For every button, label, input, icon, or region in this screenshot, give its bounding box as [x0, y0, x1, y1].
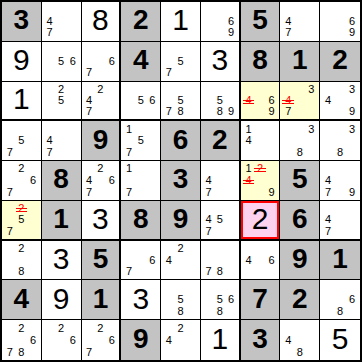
cell-r6c5[interactable]: 9: [161, 201, 201, 241]
candidate-7: 7: [163, 67, 175, 79]
solved-digit: 3: [132, 284, 149, 314]
candidate-1: 1: [243, 123, 255, 135]
pencil-marks: 46: [241, 241, 280, 280]
cell-r6c4[interactable]: 8: [121, 201, 161, 241]
cell-r8c9[interactable]: 68: [320, 280, 360, 320]
candidate-9: 9: [346, 186, 358, 198]
empty-candidate-slot: [334, 16, 346, 28]
empty-candidate-slot: [55, 346, 67, 358]
cell-r5c5[interactable]: 3: [161, 161, 201, 201]
cell-r4c9[interactable]: 38: [320, 121, 360, 161]
candidate-5: 5: [135, 135, 147, 147]
candidate-4: 4: [163, 254, 175, 266]
empty-candidate-slot: [67, 84, 79, 95]
empty-candidate-slot: [322, 163, 334, 175]
empty-candidate-slot: [306, 106, 318, 117]
cell-r3c8[interactable]: 347: [280, 82, 320, 122]
candidate-6: 6: [106, 334, 117, 346]
candidate-8: 8: [16, 266, 28, 278]
candidate-9: 9: [346, 106, 358, 117]
empty-candidate-slot: [306, 147, 318, 159]
cell-r3c1[interactable]: 1: [2, 82, 42, 122]
candidate-8: 8: [294, 346, 306, 358]
cell-r8c5[interactable]: 58: [161, 280, 201, 320]
candidate-7: 7: [44, 27, 56, 39]
cell-r6c1[interactable]: 257: [2, 201, 42, 241]
empty-candidate-slot: [67, 147, 79, 159]
empty-candidate-slot: [4, 322, 16, 334]
empty-candidate-slot: [84, 322, 95, 334]
cell-r6c2[interactable]: 1: [42, 201, 82, 241]
empty-candidate-slot: [95, 95, 106, 106]
candidate-5: 5: [175, 55, 187, 67]
solved-digit: 1: [211, 324, 228, 354]
given-digit: 5: [292, 165, 308, 193]
candidate-2: 2: [175, 243, 187, 255]
candidate-8: 8: [214, 306, 225, 318]
empty-candidate-slot: [225, 203, 236, 214]
empty-candidate-slot: [147, 175, 159, 187]
empty-candidate-slot: [44, 106, 56, 117]
empty-candidate-slot: [214, 16, 225, 28]
empty-candidate-slot: [147, 135, 159, 147]
empty-candidate-slot: [254, 123, 266, 135]
cell-r1c7[interactable]: 5: [241, 2, 281, 42]
candidate-7: 7: [203, 186, 214, 198]
pencil-marks: 69: [201, 2, 239, 41]
empty-candidate-slot: [346, 4, 358, 16]
empty-candidate-slot: [84, 55, 95, 67]
cell-r5c6[interactable]: 47: [201, 161, 241, 201]
empty-candidate-slot: [163, 294, 175, 306]
empty-candidate-slot: [175, 282, 187, 294]
pencil-marks: 24: [161, 241, 200, 280]
empty-candidate-slot: [106, 106, 117, 117]
empty-candidate-slot: [346, 225, 358, 236]
solved-digit: 5: [332, 324, 349, 354]
cell-r2c3[interactable]: 67: [82, 42, 122, 82]
cell-r8c2[interactable]: 9: [42, 280, 82, 320]
given-digit: 9: [292, 245, 308, 273]
cell-r4c4[interactable]: 157: [121, 121, 161, 161]
empty-candidate-slot: [243, 186, 255, 198]
empty-candidate-slot: [254, 175, 266, 187]
cell-r7c9[interactable]: 1: [320, 241, 360, 281]
candidate-2: 2: [16, 322, 28, 334]
candidate-1: 1: [243, 163, 255, 175]
candidate-2: 2: [16, 243, 28, 255]
cell-r2c4[interactable]: 4: [121, 42, 161, 82]
empty-candidate-slot: [123, 106, 135, 117]
empty-candidate-slot: [27, 147, 39, 159]
empty-candidate-slot: [346, 163, 358, 175]
empty-candidate-slot: [106, 44, 117, 56]
given-digit: 1: [332, 245, 348, 273]
candidate-5: 5: [214, 294, 225, 306]
cell-r4c2[interactable]: 47: [42, 121, 82, 161]
cell-r1c2[interactable]: 47: [42, 2, 82, 42]
candidate-9: 9: [266, 186, 278, 198]
solved-digit: 1: [172, 5, 189, 35]
empty-candidate-slot: [266, 266, 278, 278]
empty-candidate-slot: [225, 282, 236, 294]
candidate-6: 6: [147, 254, 159, 266]
cell-r2c6[interactable]: 3: [201, 42, 241, 82]
cell-r9c6[interactable]: 1: [201, 320, 241, 360]
empty-candidate-slot: [147, 186, 159, 198]
cell-r7c6[interactable]: 78: [201, 241, 241, 281]
cell-r9c2[interactable]: 26: [42, 320, 82, 360]
cell-r9c3[interactable]: 267: [82, 320, 122, 360]
cell-r1c8[interactable]: 47: [280, 2, 320, 42]
candidate-8: 8: [175, 106, 187, 117]
pencil-marks: 2467: [82, 161, 120, 200]
empty-candidate-slot: [55, 67, 67, 79]
candidate-5: 5: [16, 214, 28, 225]
pencil-marks: 28: [2, 241, 41, 280]
pencil-marks: 58: [161, 280, 200, 319]
candidate-2: 2: [55, 322, 67, 334]
empty-candidate-slot: [163, 346, 175, 358]
cell-r9c5[interactable]: 24: [161, 320, 201, 360]
empty-candidate-slot: [346, 214, 358, 225]
candidate-7: 7: [203, 266, 214, 278]
empty-candidate-slot: [294, 106, 306, 117]
empty-candidate-slot: [95, 346, 106, 358]
empty-candidate-slot: [16, 147, 28, 159]
candidate-2: 2: [95, 163, 106, 175]
empty-candidate-slot: [306, 346, 318, 358]
empty-candidate-slot: [203, 243, 214, 255]
cell-r1c5[interactable]: 1: [161, 2, 201, 42]
cell-r1c9[interactable]: 69: [320, 2, 360, 42]
empty-candidate-slot: [225, 186, 236, 198]
empty-candidate-slot: [322, 27, 334, 39]
candidate-7: 7: [84, 67, 95, 79]
pencil-marks: 69: [320, 2, 360, 41]
cell-r6c9[interactable]: 47: [320, 201, 360, 241]
candidate-7: 7: [123, 147, 135, 159]
candidate-8: 8: [214, 266, 225, 278]
empty-candidate-slot: [334, 163, 346, 175]
empty-candidate-slot: [163, 84, 175, 95]
empty-candidate-slot: [243, 243, 255, 255]
empty-candidate-slot: [294, 27, 306, 39]
empty-candidate-slot: [175, 346, 187, 358]
candidate-2: 2: [95, 84, 106, 95]
cell-r9c8[interactable]: 48: [280, 320, 320, 360]
eliminated-candidate-2: 2: [254, 163, 266, 175]
empty-candidate-slot: [282, 322, 294, 334]
empty-candidate-slot: [147, 163, 159, 175]
candidate-8: 8: [16, 346, 28, 358]
cell-r3c4[interactable]: 56: [121, 82, 161, 122]
cell-r6c6[interactable]: 457: [201, 201, 241, 241]
given-digit: 4: [14, 285, 30, 313]
cell-r3c2[interactable]: 25: [42, 82, 82, 122]
candidate-7: 7: [4, 186, 16, 198]
empty-candidate-slot: [322, 294, 334, 306]
empty-candidate-slot: [123, 95, 135, 106]
cell-r4c7[interactable]: 14: [241, 121, 281, 161]
pencil-marks: 457: [201, 201, 239, 239]
cell-r4c3[interactable]: 9: [82, 121, 122, 161]
empty-candidate-slot: [225, 243, 236, 255]
candidate-4: 4: [322, 95, 334, 106]
cell-r5c2[interactable]: 8: [42, 161, 82, 201]
cell-r5c8[interactable]: 5: [280, 161, 320, 201]
cell-r5c9[interactable]: 479: [320, 161, 360, 201]
empty-candidate-slot: [306, 4, 318, 16]
empty-candidate-slot: [334, 186, 346, 198]
empty-candidate-slot: [27, 186, 39, 198]
empty-candidate-slot: [225, 306, 236, 318]
empty-candidate-slot: [67, 95, 79, 106]
empty-candidate-slot: [254, 254, 266, 266]
eliminated-candidate-4: 4: [243, 95, 255, 106]
empty-candidate-slot: [84, 334, 95, 346]
empty-candidate-slot: [147, 123, 159, 135]
empty-candidate-slot: [294, 84, 306, 95]
empty-candidate-slot: [254, 147, 266, 159]
empty-candidate-slot: [203, 95, 214, 106]
empty-candidate-slot: [294, 334, 306, 346]
empty-candidate-slot: [334, 123, 346, 135]
cell-r7c8[interactable]: 9: [280, 241, 320, 281]
cell-r7c2[interactable]: 3: [42, 241, 82, 281]
empty-candidate-slot: [55, 44, 67, 56]
cell-r5c3[interactable]: 2467: [82, 161, 122, 201]
cell-r1c6[interactable]: 69: [201, 2, 241, 42]
empty-candidate-slot: [254, 266, 266, 278]
candidate-6: 6: [27, 334, 39, 346]
pencil-marks: 47: [320, 201, 360, 239]
empty-candidate-slot: [186, 95, 198, 106]
cell-r8c1[interactable]: 4: [2, 280, 42, 320]
empty-candidate-slot: [186, 106, 198, 117]
cell-r3c3[interactable]: 247: [82, 82, 122, 122]
cell-r7c3[interactable]: 5: [82, 241, 122, 281]
solved-digit: 3: [53, 244, 70, 274]
pencil-marks: 25: [42, 82, 81, 120]
cell-r3c7[interactable]: 469: [241, 82, 281, 122]
empty-candidate-slot: [254, 186, 266, 198]
empty-candidate-slot: [334, 95, 346, 106]
empty-candidate-slot: [203, 163, 214, 175]
cell-r4c6[interactable]: 2: [201, 121, 241, 161]
cell-r1c1[interactable]: 3: [2, 2, 42, 42]
empty-candidate-slot: [225, 214, 236, 225]
candidate-7: 7: [84, 346, 95, 358]
empty-candidate-slot: [225, 266, 236, 278]
empty-candidate-slot: [203, 294, 214, 306]
cell-r2c7[interactable]: 8: [241, 42, 281, 82]
empty-candidate-slot: [44, 123, 56, 135]
empty-candidate-slot: [203, 27, 214, 39]
cell-r7c4[interactable]: 67: [121, 241, 161, 281]
pencil-marks: 578: [161, 82, 200, 120]
candidate-6: 6: [106, 175, 117, 187]
cell-r2c8[interactable]: 1: [280, 42, 320, 82]
empty-candidate-slot: [334, 175, 346, 187]
cell-r4c1[interactable]: 57: [2, 121, 42, 161]
empty-candidate-slot: [294, 4, 306, 16]
empty-candidate-slot: [203, 84, 214, 95]
cell-r7c7[interactable]: 46: [241, 241, 281, 281]
candidate-7: 7: [44, 147, 56, 159]
candidate-3: 3: [346, 84, 358, 95]
candidate-4: 4: [243, 254, 255, 266]
empty-candidate-slot: [266, 243, 278, 255]
empty-candidate-slot: [186, 294, 198, 306]
empty-candidate-slot: [322, 123, 334, 135]
empty-candidate-slot: [135, 243, 147, 255]
cell-r8c3[interactable]: 1: [82, 280, 122, 320]
cell-r1c3[interactable]: 8: [82, 2, 122, 42]
empty-candidate-slot: [254, 95, 266, 106]
empty-candidate-slot: [294, 322, 306, 334]
candidate-7: 7: [4, 225, 16, 236]
cell-r6c3[interactable]: 3: [82, 201, 122, 241]
empty-candidate-slot: [225, 4, 236, 16]
candidate-9: 9: [266, 106, 278, 117]
empty-candidate-slot: [186, 84, 198, 95]
solved-digit: 2: [252, 204, 269, 234]
cell-r1c4[interactable]: 2: [121, 2, 161, 42]
empty-candidate-slot: [27, 243, 39, 255]
cell-r8c8[interactable]: 2: [280, 280, 320, 320]
empty-candidate-slot: [95, 67, 106, 79]
empty-candidate-slot: [282, 346, 294, 358]
pencil-marks: 479: [320, 161, 360, 200]
candidate-7: 7: [84, 186, 95, 198]
candidate-8: 8: [294, 147, 306, 159]
empty-candidate-slot: [106, 346, 117, 358]
empty-candidate-slot: [175, 334, 187, 346]
cell-r3c6[interactable]: 589: [201, 82, 241, 122]
cell-r9c4[interactable]: 9: [121, 320, 161, 360]
candidate-4: 4: [322, 214, 334, 225]
empty-candidate-slot: [84, 163, 95, 175]
cell-r3c9[interactable]: 349: [320, 82, 360, 122]
empty-candidate-slot: [27, 135, 39, 147]
empty-candidate-slot: [334, 294, 346, 306]
empty-candidate-slot: [334, 135, 346, 147]
cell-r4c5[interactable]: 6: [161, 121, 201, 161]
cell-r9c1[interactable]: 2678: [2, 320, 42, 360]
empty-candidate-slot: [175, 254, 187, 266]
candidate-3: 3: [346, 123, 358, 135]
empty-candidate-slot: [123, 135, 135, 147]
empty-candidate-slot: [163, 55, 175, 67]
solved-digit: 1: [13, 84, 30, 114]
empty-candidate-slot: [27, 346, 39, 358]
empty-candidate-slot: [163, 322, 175, 334]
empty-candidate-slot: [203, 282, 214, 294]
given-digit: 8: [53, 165, 69, 193]
pencil-marks: 2678: [2, 320, 41, 360]
cell-r2c9[interactable]: 2: [320, 42, 360, 82]
empty-candidate-slot: [334, 27, 346, 39]
cell-r4c8[interactable]: 38: [280, 121, 320, 161]
empty-candidate-slot: [214, 225, 225, 236]
pencil-marks: 67: [82, 42, 120, 81]
empty-candidate-slot: [55, 147, 67, 159]
empty-candidate-slot: [225, 175, 236, 187]
empty-candidate-slot: [27, 322, 39, 334]
empty-candidate-slot: [306, 322, 318, 334]
cell-r5c4[interactable]: 17: [121, 161, 161, 201]
cell-r3c5[interactable]: 578: [161, 82, 201, 122]
cell-r8c6[interactable]: 568: [201, 280, 241, 320]
cell-r7c5[interactable]: 24: [161, 241, 201, 281]
empty-candidate-slot: [4, 243, 16, 255]
solved-digit: 3: [92, 204, 109, 234]
empty-candidate-slot: [186, 346, 198, 358]
empty-candidate-slot: [27, 203, 39, 214]
cell-r6c8[interactable]: 6: [280, 201, 320, 241]
solved-digit: 9: [13, 45, 30, 75]
empty-candidate-slot: [44, 95, 56, 106]
empty-candidate-slot: [44, 84, 56, 95]
candidate-7: 7: [282, 106, 294, 117]
empty-candidate-slot: [106, 95, 117, 106]
cell-r5c1[interactable]: 267: [2, 161, 42, 201]
pencil-marks: 38: [320, 121, 360, 160]
cell-r5c7[interactable]: 1249: [241, 161, 281, 201]
empty-candidate-slot: [84, 44, 95, 56]
solved-digit: 3: [211, 45, 228, 75]
cell-r2c1[interactable]: 9: [2, 42, 42, 82]
empty-candidate-slot: [186, 44, 198, 56]
candidate-4: 4: [44, 16, 56, 28]
empty-candidate-slot: [27, 254, 39, 266]
pencil-marks: 568: [201, 280, 239, 319]
candidate-7: 7: [4, 346, 16, 358]
cell-r8c7[interactable]: 7: [241, 280, 281, 320]
empty-candidate-slot: [282, 4, 294, 16]
cell-r9c9[interactable]: 5: [320, 320, 360, 360]
cell-r8c4[interactable]: 3: [121, 280, 161, 320]
given-digit: 2: [332, 46, 348, 74]
given-digit: 9: [93, 126, 109, 154]
pencil-marks: 78: [201, 241, 239, 280]
empty-candidate-slot: [163, 243, 175, 255]
empty-candidate-slot: [147, 106, 159, 117]
solved-digit: 9: [53, 284, 70, 314]
empty-candidate-slot: [186, 322, 198, 334]
cell-r7c1[interactable]: 28: [2, 241, 42, 281]
empty-candidate-slot: [266, 135, 278, 147]
sudoku-board: 3478216954769956674573812125247565785894…: [0, 0, 362, 362]
given-digit: 1: [93, 285, 109, 313]
cell-r2c5[interactable]: 57: [161, 42, 201, 82]
cell-r9c7[interactable]: 3: [241, 320, 281, 360]
empty-candidate-slot: [294, 123, 306, 135]
candidate-7: 7: [322, 186, 334, 198]
cell-r2c2[interactable]: 56: [42, 42, 82, 82]
empty-candidate-slot: [27, 123, 39, 135]
empty-candidate-slot: [135, 254, 147, 266]
empty-candidate-slot: [95, 186, 106, 198]
empty-candidate-slot: [106, 186, 117, 198]
empty-candidate-slot: [266, 175, 278, 187]
empty-candidate-slot: [106, 84, 117, 95]
empty-candidate-slot: [4, 123, 16, 135]
candidate-5: 5: [55, 55, 67, 67]
empty-candidate-slot: [55, 123, 67, 135]
cell-r6c7[interactable]: 2: [241, 201, 281, 241]
